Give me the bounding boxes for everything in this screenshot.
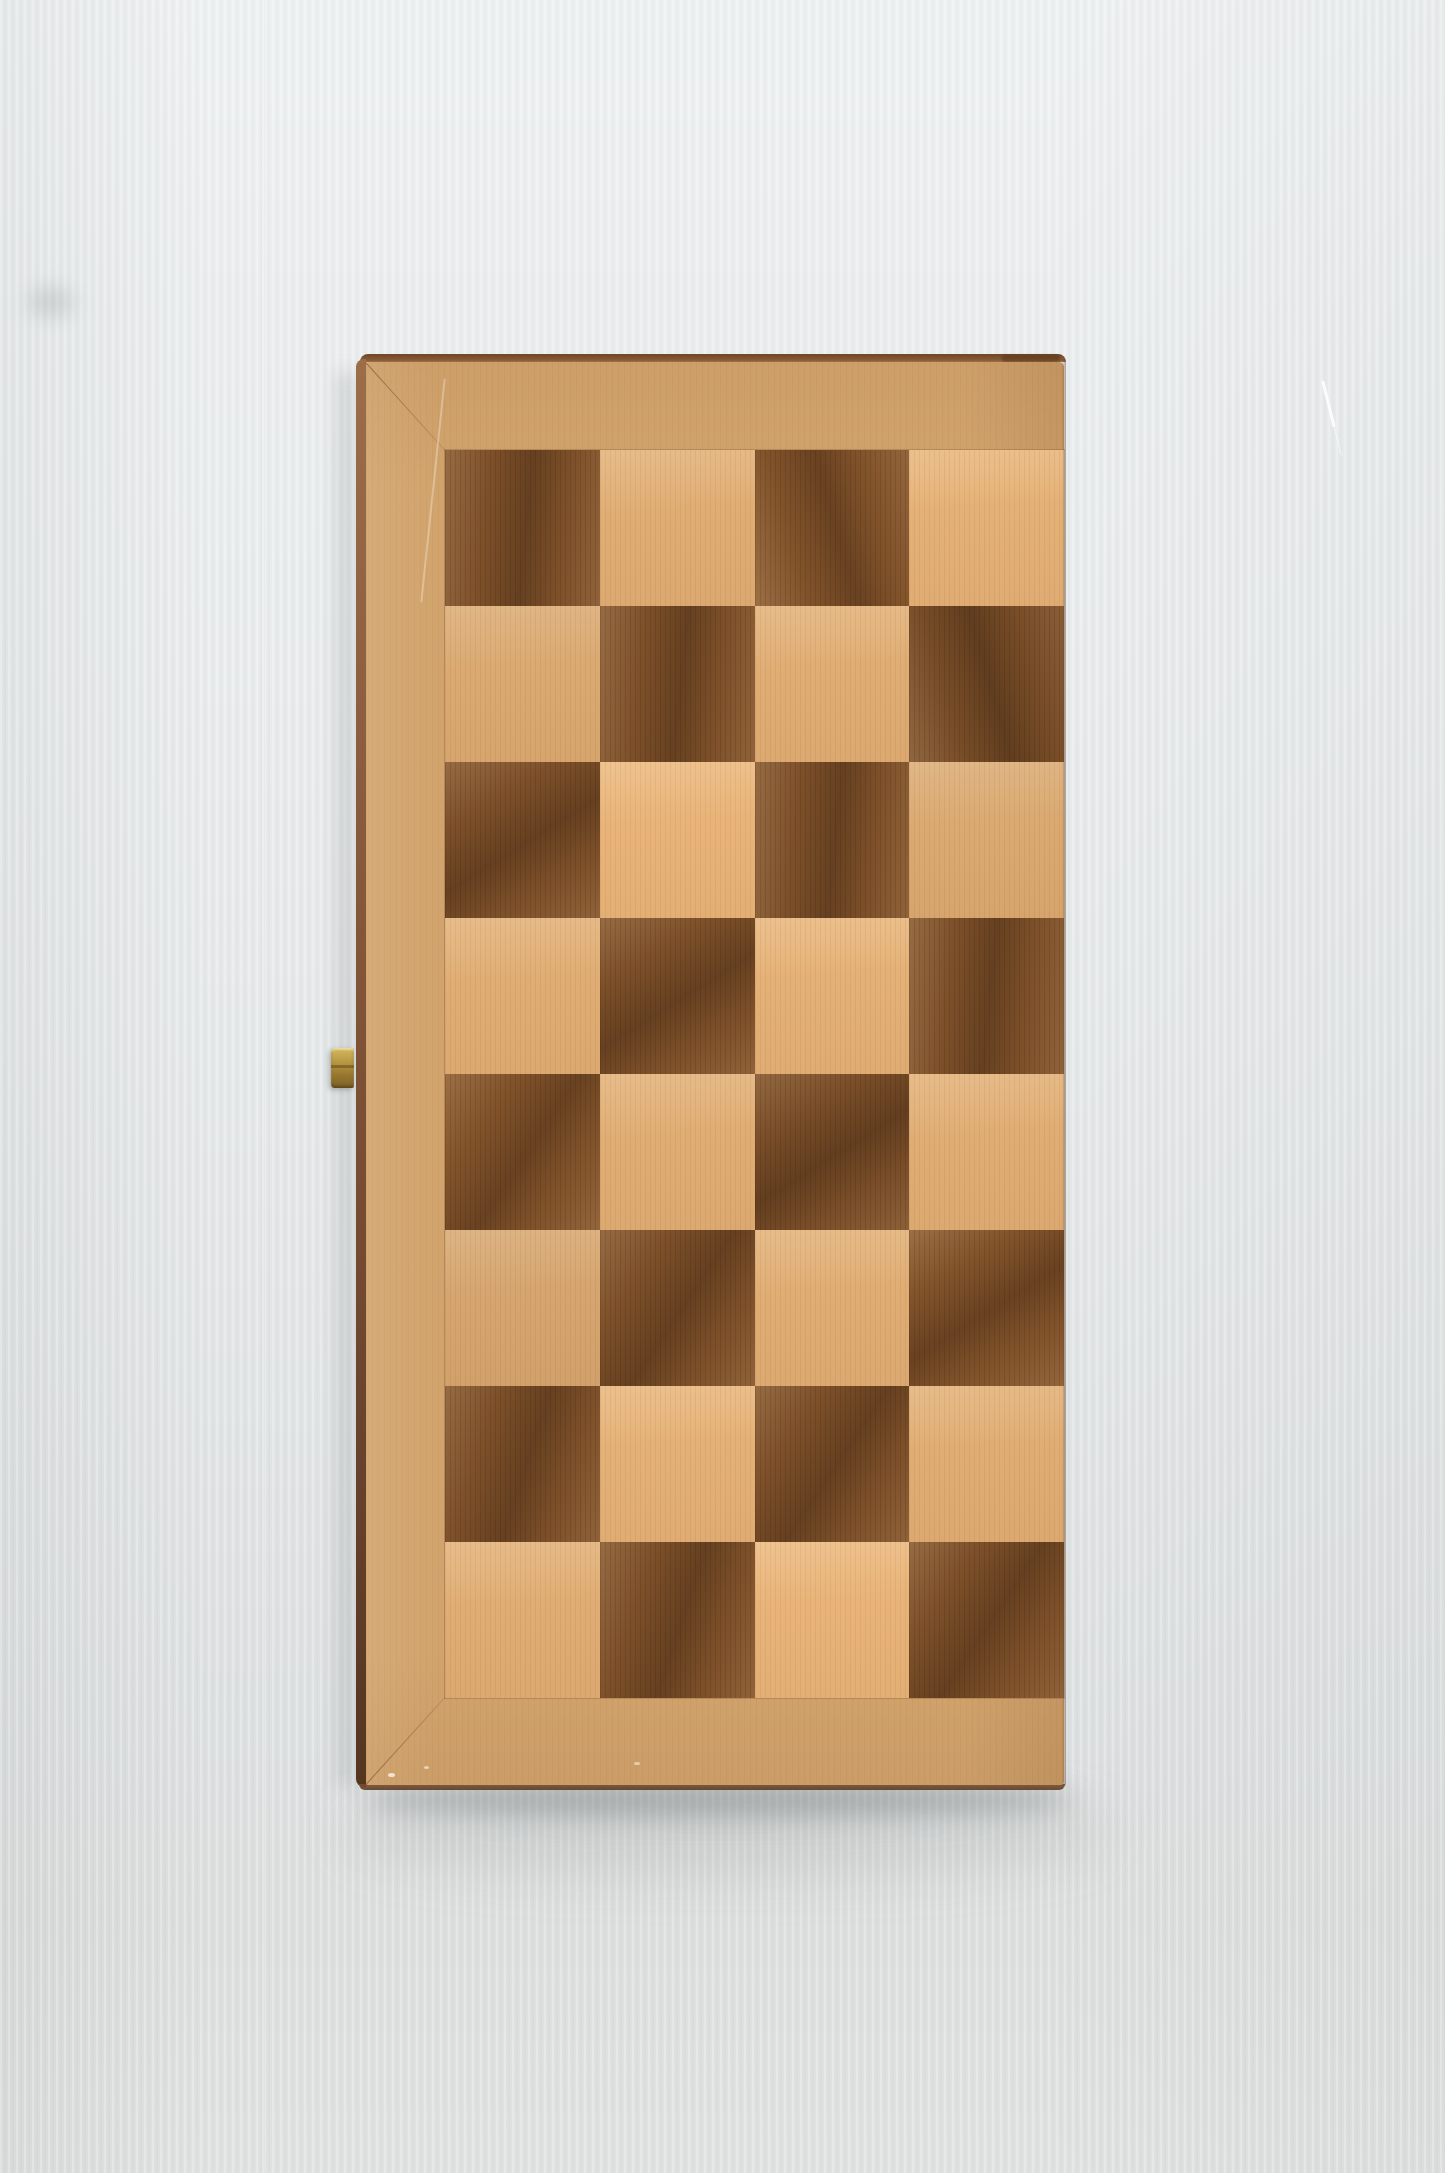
- square-r4c2-dark: [600, 918, 755, 1074]
- square-r7c4-light: [909, 1386, 1064, 1542]
- square-r1c1-dark: [445, 450, 600, 606]
- square-r7c1-dark: [445, 1386, 600, 1542]
- square-r6c1-light: [445, 1230, 600, 1386]
- square-r4c3-light: [755, 918, 910, 1074]
- frame-scratch: [420, 379, 446, 603]
- square-r8c3-light: [755, 1542, 910, 1698]
- square-r5c3-dark: [755, 1074, 910, 1230]
- frame-scuff-speck: [388, 1773, 395, 1777]
- square-r7c2-light: [600, 1386, 755, 1542]
- frame-scuff-speck: [424, 1766, 429, 1769]
- brass-clasp-pin: [331, 1048, 354, 1088]
- square-r2c3-light: [755, 606, 910, 762]
- square-r5c2-light: [600, 1074, 755, 1230]
- square-r3c4-light: [909, 762, 1064, 918]
- square-r5c1-dark: [445, 1074, 600, 1230]
- square-r4c1-light: [445, 918, 600, 1074]
- square-r2c2-dark: [600, 606, 755, 762]
- square-r2c4-dark: [909, 606, 1064, 762]
- square-r3c3-dark: [755, 762, 910, 918]
- square-r6c2-dark: [600, 1230, 755, 1386]
- square-r6c3-light: [755, 1230, 910, 1386]
- checkerboard-half: [445, 450, 1064, 1698]
- box-left-edge: [356, 359, 366, 1787]
- square-r8c1-light: [445, 1542, 600, 1698]
- square-r3c2-light: [600, 762, 755, 918]
- square-r2c1-light: [445, 606, 600, 762]
- square-r1c2-light: [600, 450, 755, 606]
- square-r8c4-dark: [909, 1542, 1064, 1698]
- frame-mitre-joint-topleft: [365, 362, 445, 451]
- panel-crease-line: [262, 0, 264, 2173]
- frame-mitre-joint-bottomleft: [366, 1697, 446, 1785]
- square-r7c3-dark: [755, 1386, 910, 1542]
- square-r5c4-light: [909, 1074, 1064, 1230]
- frame-scuff-speck: [634, 1762, 640, 1765]
- square-r6c4-dark: [909, 1230, 1064, 1386]
- square-r1c3-dark: [755, 450, 910, 606]
- square-r1c4-light: [909, 450, 1064, 606]
- box-top-face: [366, 362, 1064, 1785]
- box-top-edge: [360, 354, 1066, 362]
- top-edge-wear-mark: [1002, 355, 1060, 362]
- square-r8c2-dark: [600, 1542, 755, 1698]
- background-smudge: [28, 286, 74, 318]
- square-r3c1-dark: [445, 762, 600, 918]
- square-r4c4-dark: [909, 918, 1064, 1074]
- photo-background: [0, 0, 1445, 2173]
- folded-chess-box: [356, 354, 1066, 1790]
- box-fold-edge: [1062, 359, 1066, 1787]
